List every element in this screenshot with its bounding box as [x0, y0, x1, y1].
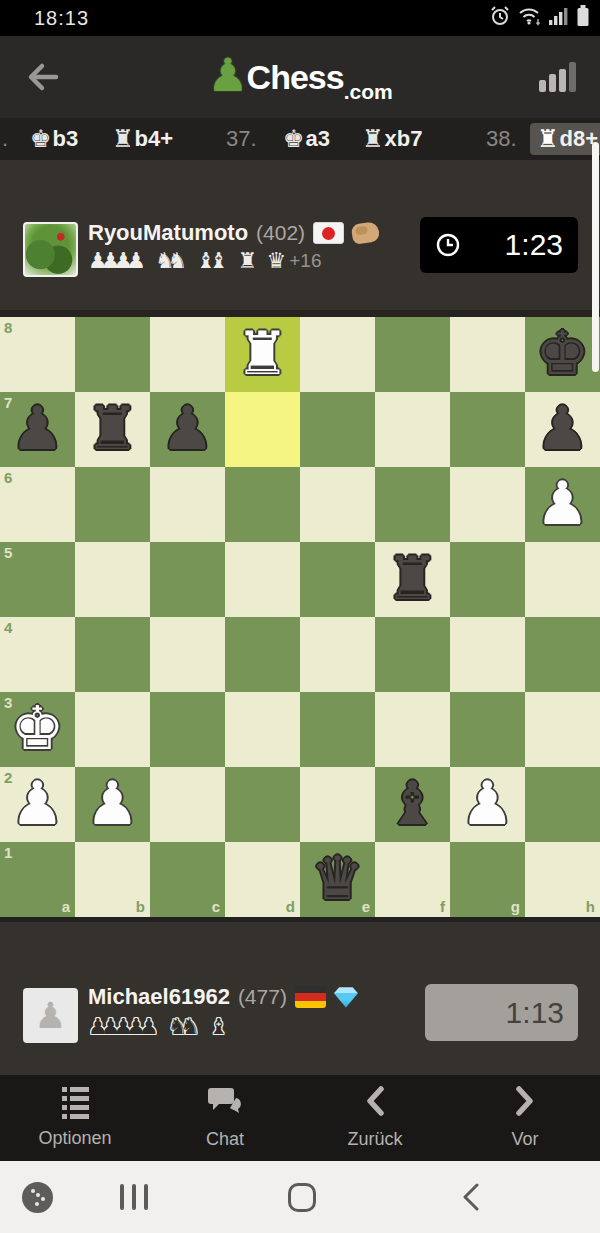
square-d5[interactable] — [225, 542, 300, 617]
square-h8[interactable]: ♚ — [525, 317, 600, 392]
square-e8[interactable] — [300, 317, 375, 392]
square-b5[interactable] — [75, 542, 150, 617]
white-pawn-g2[interactable]: ♟ — [450, 767, 525, 842]
square-h7[interactable]: ♟ — [525, 392, 600, 467]
file-label-c: c — [212, 898, 220, 915]
square-g4[interactable] — [450, 617, 525, 692]
square-b1[interactable]: b — [75, 842, 150, 917]
file-label-b: b — [136, 898, 145, 915]
file-label-f: f — [440, 898, 445, 915]
panel-board-divider — [0, 310, 600, 317]
square-a5[interactable]: 5 — [0, 542, 75, 617]
square-d3[interactable] — [225, 692, 300, 767]
square-a4[interactable]: 4 — [0, 617, 75, 692]
logo-pawn-icon: ♟ — [207, 52, 248, 98]
move-item[interactable]: ♜xb7 — [362, 118, 422, 160]
status-time: 18:13 — [34, 7, 89, 30]
clock-icon — [435, 232, 461, 258]
square-g3[interactable] — [450, 692, 525, 767]
logo-text: Chess — [247, 58, 344, 97]
file-label-g: g — [511, 898, 520, 915]
android-back-button[interactable] — [462, 1183, 480, 1215]
white-pawn-h6[interactable]: ♟ — [525, 467, 600, 542]
square-c3[interactable] — [150, 692, 225, 767]
top-player-panel: RyouMatumoto (402) ♟♟♟♟♞♞♝♝♜♛+16 1:23 — [0, 160, 600, 310]
android-nav-bar — [0, 1161, 600, 1233]
file-label-h: h — [586, 898, 595, 915]
square-h4[interactable] — [525, 617, 600, 692]
logo-suffix: .com — [344, 80, 393, 104]
square-b7[interactable]: ♜ — [75, 392, 150, 467]
bottom-player-name-row: Michael61962 (477) — [88, 984, 358, 1010]
move-piece-icon: ♜ — [537, 125, 559, 153]
captured-group: ♛ — [267, 248, 280, 273]
pawn-avatar-icon: ♟ — [34, 995, 66, 1036]
square-a6[interactable]: 6 — [0, 467, 75, 542]
chat-icon — [207, 1086, 243, 1120]
move-fragment: . — [2, 118, 8, 160]
white-king-a3[interactable]: ♚ — [0, 692, 75, 767]
square-h5[interactable] — [525, 542, 600, 617]
chat-label: Chat — [206, 1129, 244, 1150]
square-d6[interactable] — [225, 467, 300, 542]
status-bar: 18:13 — [0, 0, 600, 36]
black-bishop-f2[interactable]: ♝ — [375, 767, 450, 842]
square-f1[interactable]: f — [375, 842, 450, 917]
top-captured-pieces: ♟♟♟♟♞♞♝♝♜♛+16 — [88, 248, 322, 273]
square-f7[interactable] — [375, 392, 450, 467]
white-pawn-a2[interactable]: ♟ — [0, 767, 75, 842]
square-f4[interactable] — [375, 617, 450, 692]
black-pawn-c7[interactable]: ♟ — [150, 392, 225, 467]
forward-chevron-icon — [515, 1086, 535, 1120]
move-piece-icon: ♜ — [362, 125, 384, 153]
forward-move-button[interactable]: Vor — [450, 1075, 600, 1161]
white-rook-d8[interactable]: ♜ — [225, 317, 300, 392]
square-b3[interactable] — [75, 692, 150, 767]
recents-button[interactable] — [120, 1184, 148, 1210]
forward-move-label: Vor — [511, 1129, 538, 1150]
bottom-player-avatar[interactable]: ♟ — [23, 988, 78, 1043]
square-c4[interactable] — [150, 617, 225, 692]
signal-icon — [549, 5, 569, 31]
rank-label-5: 5 — [4, 544, 12, 561]
captured-group: ♝♝ — [196, 248, 221, 273]
home-button[interactable] — [288, 1183, 316, 1212]
black-rook-b7[interactable]: ♜ — [75, 392, 150, 467]
square-g2[interactable]: ♟ — [450, 767, 525, 842]
bottom-player-panel: ♟ Michael61962 (477) ♟♟♟♟♟♞♞♝ 1:13 — [0, 917, 600, 1075]
black-king-h8[interactable]: ♚ — [525, 317, 600, 392]
captured-group: ♟♟♟♟♟ — [88, 1014, 152, 1039]
captured-group: ♜ — [238, 248, 251, 273]
handshake-icon — [351, 221, 381, 245]
square-c8[interactable] — [150, 317, 225, 392]
back-move-label: Zurück — [347, 1129, 402, 1150]
square-e2[interactable] — [300, 767, 375, 842]
white-pawn-b2[interactable]: ♟ — [75, 767, 150, 842]
options-label: Optionen — [38, 1128, 111, 1149]
square-d7[interactable] — [225, 392, 300, 467]
options-icon — [62, 1087, 89, 1119]
move-item[interactable]: ♜b4+ — [112, 118, 173, 160]
scrollbar[interactable] — [592, 142, 599, 372]
move-item[interactable]: ♚a3 — [283, 118, 330, 160]
bottom-clock-time: 1:13 — [506, 996, 564, 1030]
top-player-name[interactable]: RyouMatumoto — [88, 220, 248, 246]
square-c1[interactable]: c — [150, 842, 225, 917]
top-player-rating: (402) — [256, 221, 305, 245]
captured-group: ♝ — [209, 1014, 222, 1039]
square-c2[interactable] — [150, 767, 225, 842]
move-piece-icon: ♚ — [30, 125, 52, 153]
square-g5[interactable] — [450, 542, 525, 617]
move-piece-icon: ♚ — [283, 125, 305, 153]
square-a1[interactable]: 1a — [0, 842, 75, 917]
move-item[interactable]: ♚b3 — [30, 118, 78, 160]
game-tools-icon[interactable] — [22, 1182, 53, 1213]
germany-flag-icon — [295, 986, 326, 1008]
chess-board: 8♜♚7♟♜♟♟6♟5♜43♚2♟♟♝♟1abcde♛fgh — [0, 317, 600, 917]
captured-group: ♟♟♟♟ — [88, 248, 139, 273]
top-player-avatar[interactable] — [23, 222, 78, 277]
move-list: . ♚b3♜b4+37.♚a3♜xb738.♜d8+ — [0, 118, 600, 160]
file-label-d: d — [286, 898, 295, 915]
top-player-clock: 1:23 — [420, 217, 578, 273]
square-g7[interactable] — [450, 392, 525, 467]
stats-bars-icon[interactable] — [539, 62, 576, 92]
square-g6[interactable] — [450, 467, 525, 542]
rank-label-6: 6 — [4, 469, 12, 486]
bottom-player-clock: 1:13 — [425, 984, 578, 1041]
chesscom-logo: ♟Chess.com — [0, 36, 600, 118]
chat-button[interactable]: Chat — [150, 1075, 300, 1161]
back-chevron-icon — [365, 1086, 385, 1120]
top-player-name-row: RyouMatumoto (402) — [88, 220, 379, 246]
square-c6[interactable] — [150, 467, 225, 542]
move-item[interactable]: ♜d8+ — [530, 123, 600, 155]
square-f8[interactable] — [375, 317, 450, 392]
rank-label-4: 4 — [4, 619, 12, 636]
japan-flag-icon — [313, 222, 344, 244]
diamond-icon — [334, 987, 358, 1008]
captured-group: ♞♞ — [155, 248, 180, 273]
alarm-icon — [489, 5, 511, 31]
move-number: 38. — [486, 118, 517, 160]
black-rook-f5[interactable]: ♜ — [375, 542, 450, 617]
square-f6[interactable] — [375, 467, 450, 542]
move-piece-icon: ♜ — [112, 125, 134, 153]
bottom-nav: Optionen Chat Zurück Vor — [0, 1075, 600, 1161]
wifi-icon — [518, 5, 542, 31]
square-g1[interactable]: g — [450, 842, 525, 917]
square-d1[interactable]: d — [225, 842, 300, 917]
file-label-a: a — [62, 898, 70, 915]
square-c5[interactable] — [150, 542, 225, 617]
bottom-captured-pieces: ♟♟♟♟♟♞♞♝ — [88, 1014, 238, 1039]
square-f2[interactable]: ♝ — [375, 767, 450, 842]
square-e1[interactable]: e♛ — [300, 842, 375, 917]
square-c7[interactable]: ♟ — [150, 392, 225, 467]
black-pawn-h7[interactable]: ♟ — [525, 392, 600, 467]
square-e7[interactable] — [300, 392, 375, 467]
bottom-player-name[interactable]: Michael61962 — [88, 984, 230, 1010]
square-e4[interactable] — [300, 617, 375, 692]
square-e3[interactable] — [300, 692, 375, 767]
battery-icon — [576, 4, 590, 32]
square-g8[interactable] — [450, 317, 525, 392]
chess-app-screen: 18:13 ♟Chess.com . ♚b3 — [0, 0, 600, 1233]
square-h6[interactable]: ♟ — [525, 467, 600, 542]
black-queen-e1[interactable]: ♛ — [300, 842, 375, 917]
bottom-player-rating: (477) — [238, 985, 287, 1009]
square-d8[interactable]: ♜ — [225, 317, 300, 392]
square-h3[interactable] — [525, 692, 600, 767]
square-h1[interactable]: h — [525, 842, 600, 917]
square-a7[interactable]: 7♟ — [0, 392, 75, 467]
status-icons — [489, 0, 590, 36]
square-b6[interactable] — [75, 467, 150, 542]
square-a3[interactable]: 3♚ — [0, 692, 75, 767]
square-e6[interactable] — [300, 467, 375, 542]
square-h2[interactable] — [525, 767, 600, 842]
square-a2[interactable]: 2♟ — [0, 767, 75, 842]
square-b8[interactable] — [75, 317, 150, 392]
square-b4[interactable] — [75, 617, 150, 692]
rank-label-1: 1 — [4, 844, 12, 861]
app-header: ♟Chess.com — [0, 36, 600, 118]
square-d4[interactable] — [225, 617, 300, 692]
back-move-button[interactable]: Zurück — [300, 1075, 450, 1161]
square-f3[interactable] — [375, 692, 450, 767]
square-b2[interactable]: ♟ — [75, 767, 150, 842]
black-pawn-a7[interactable]: ♟ — [0, 392, 75, 467]
options-button[interactable]: Optionen — [0, 1075, 150, 1161]
square-a8[interactable]: 8 — [0, 317, 75, 392]
material-advantage: +16 — [289, 250, 321, 272]
captured-group: ♞♞ — [168, 1014, 193, 1039]
square-f5[interactable]: ♜ — [375, 542, 450, 617]
move-number: 37. — [226, 118, 257, 160]
square-d2[interactable] — [225, 767, 300, 842]
square-e5[interactable] — [300, 542, 375, 617]
top-clock-time: 1:23 — [505, 228, 563, 262]
rank-label-8: 8 — [4, 319, 12, 336]
